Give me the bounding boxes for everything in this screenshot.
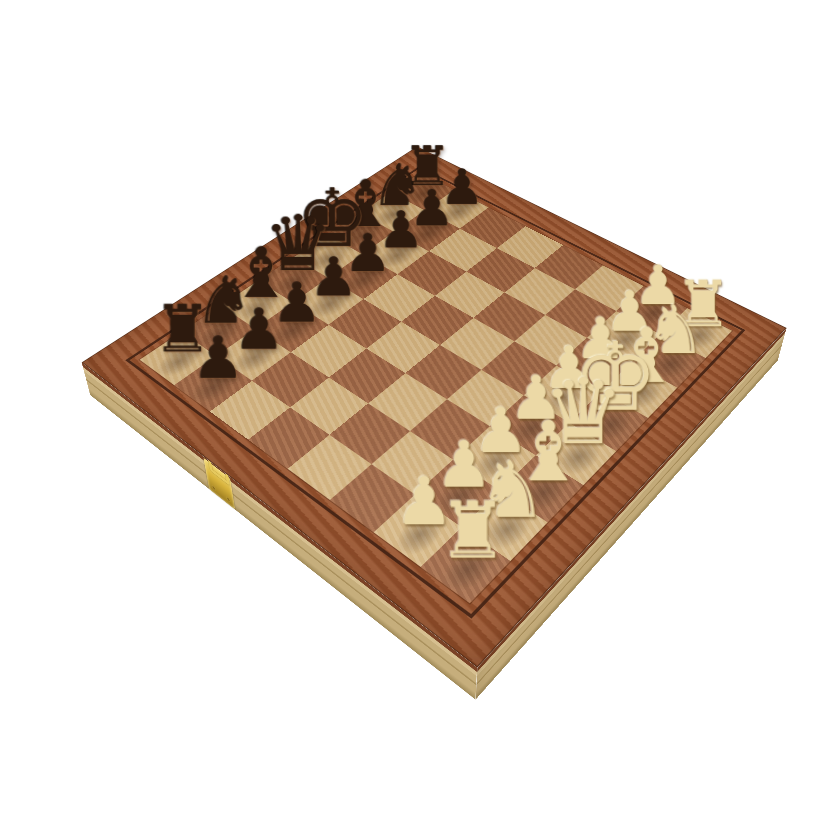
- scene: ♜♞♝♛♚♝♞♜♟♟♟♟♟♟♟♟♟♟♟♟♟♟♟♟♜♞♝♛♚♝♞♜: [0, 0, 816, 816]
- photo-background: ♜♞♝♛♚♝♞♜♟♟♟♟♟♟♟♟♟♟♟♟♟♟♟♟♜♞♝♛♚♝♞♜: [0, 0, 816, 816]
- squares: ♜♞♝♛♚♝♞♜♟♟♟♟♟♟♟♟♟♟♟♟♟♟♟♟♜♞♝♛♚♝♞♜: [140, 173, 732, 603]
- piece-dark-pawn[interactable]: ♟: [172, 329, 266, 387]
- board-surface: ♜♞♝♛♚♝♞♜♟♟♟♟♟♟♟♟♟♟♟♟♟♟♟♟♜♞♝♛♚♝♞♜: [82, 146, 787, 667]
- piece-light-rook[interactable]: ♜: [418, 492, 528, 570]
- square-d4[interactable]: [405, 345, 481, 399]
- chess-box: ♜♞♝♛♚♝♞♜♟♟♟♟♟♟♟♟♟♟♟♟♟♟♟♟♜♞♝♛♚♝♞♜: [82, 146, 787, 667]
